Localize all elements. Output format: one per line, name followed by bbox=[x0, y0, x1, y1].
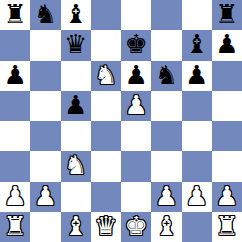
piece-black-bishop-c8[interactable]: ♝ bbox=[64, 1, 87, 27]
square-c7[interactable]: ♛ bbox=[61, 30, 91, 60]
piece-black-knight-f6[interactable]: ♞ bbox=[155, 62, 178, 88]
square-g1[interactable] bbox=[182, 212, 212, 242]
piece-white-pawn-b2[interactable]: ♟ bbox=[34, 183, 57, 209]
square-a3[interactable] bbox=[0, 151, 30, 181]
piece-black-pawn-g6[interactable]: ♟ bbox=[185, 62, 208, 88]
square-b6[interactable] bbox=[30, 61, 60, 91]
square-g5[interactable] bbox=[182, 91, 212, 121]
piece-black-queen-c7[interactable]: ♛ bbox=[64, 31, 87, 57]
square-f7[interactable] bbox=[151, 30, 181, 60]
square-e4[interactable] bbox=[121, 121, 151, 151]
square-c2[interactable] bbox=[61, 182, 91, 212]
square-b1[interactable] bbox=[30, 212, 60, 242]
square-d6[interactable]: ♞ bbox=[91, 61, 121, 91]
square-e6[interactable]: ♟ bbox=[121, 61, 151, 91]
piece-black-rook-a8[interactable]: ♜ bbox=[3, 1, 26, 27]
square-e8[interactable] bbox=[121, 0, 151, 30]
piece-white-pawn-e5[interactable]: ♟ bbox=[124, 92, 147, 118]
piece-black-pawn-c5[interactable]: ♟ bbox=[64, 92, 87, 118]
square-a7[interactable] bbox=[0, 30, 30, 60]
square-h6[interactable] bbox=[212, 61, 242, 91]
square-b7[interactable] bbox=[30, 30, 60, 60]
square-g2[interactable]: ♟ bbox=[182, 182, 212, 212]
square-b5[interactable] bbox=[30, 91, 60, 121]
square-g8[interactable] bbox=[182, 0, 212, 30]
square-d5[interactable] bbox=[91, 91, 121, 121]
square-c8[interactable]: ♝ bbox=[61, 0, 91, 30]
square-d1[interactable]: ♛ bbox=[91, 212, 121, 242]
piece-white-knight-c3[interactable]: ♞ bbox=[64, 152, 87, 178]
square-e2[interactable] bbox=[121, 182, 151, 212]
square-e3[interactable] bbox=[121, 151, 151, 181]
square-a1[interactable]: ♜ bbox=[0, 212, 30, 242]
square-b2[interactable]: ♟ bbox=[30, 182, 60, 212]
square-h5[interactable] bbox=[212, 91, 242, 121]
piece-white-knight-d6[interactable]: ♞ bbox=[94, 62, 117, 88]
piece-black-pawn-a6[interactable]: ♟ bbox=[3, 62, 26, 88]
square-c1[interactable]: ♝ bbox=[61, 212, 91, 242]
square-b3[interactable] bbox=[30, 151, 60, 181]
piece-white-bishop-c1[interactable]: ♝ bbox=[64, 213, 87, 239]
square-a6[interactable]: ♟ bbox=[0, 61, 30, 91]
chess-board: ♜♞♝♜♛♚♝♟♟♞♟♞♟♟♟♞♟♟♟♟♟♜♝♛♚♝♜ bbox=[0, 0, 242, 242]
square-a8[interactable]: ♜ bbox=[0, 0, 30, 30]
square-a5[interactable] bbox=[0, 91, 30, 121]
square-h4[interactable] bbox=[212, 121, 242, 151]
square-h8[interactable]: ♜ bbox=[212, 0, 242, 30]
piece-black-rook-h8[interactable]: ♜ bbox=[215, 1, 238, 27]
square-b8[interactable]: ♞ bbox=[30, 0, 60, 30]
piece-white-pawn-g2[interactable]: ♟ bbox=[185, 183, 208, 209]
square-b4[interactable] bbox=[30, 121, 60, 151]
piece-white-rook-h1[interactable]: ♜ bbox=[215, 213, 238, 239]
piece-white-pawn-f2[interactable]: ♟ bbox=[155, 183, 178, 209]
piece-black-king-e7[interactable]: ♚ bbox=[124, 31, 147, 57]
square-g6[interactable]: ♟ bbox=[182, 61, 212, 91]
square-f8[interactable] bbox=[151, 0, 181, 30]
square-a2[interactable]: ♟ bbox=[0, 182, 30, 212]
piece-white-king-e1[interactable]: ♚ bbox=[124, 213, 147, 239]
square-d8[interactable] bbox=[91, 0, 121, 30]
piece-black-pawn-e6[interactable]: ♟ bbox=[124, 62, 147, 88]
square-g4[interactable] bbox=[182, 121, 212, 151]
piece-white-queen-d1[interactable]: ♛ bbox=[94, 213, 117, 239]
square-g3[interactable] bbox=[182, 151, 212, 181]
piece-black-pawn-h7[interactable]: ♟ bbox=[215, 31, 238, 57]
square-f6[interactable]: ♞ bbox=[151, 61, 181, 91]
square-f5[interactable] bbox=[151, 91, 181, 121]
square-c3[interactable]: ♞ bbox=[61, 151, 91, 181]
piece-black-knight-b8[interactable]: ♞ bbox=[34, 1, 57, 27]
square-e7[interactable]: ♚ bbox=[121, 30, 151, 60]
square-c5[interactable]: ♟ bbox=[61, 91, 91, 121]
piece-white-rook-a1[interactable]: ♜ bbox=[3, 213, 26, 239]
square-f2[interactable]: ♟ bbox=[151, 182, 181, 212]
square-h2[interactable]: ♟ bbox=[212, 182, 242, 212]
square-h1[interactable]: ♜ bbox=[212, 212, 242, 242]
square-c4[interactable] bbox=[61, 121, 91, 151]
square-a4[interactable] bbox=[0, 121, 30, 151]
piece-white-pawn-a2[interactable]: ♟ bbox=[3, 183, 26, 209]
piece-black-bishop-g7[interactable]: ♝ bbox=[185, 31, 208, 57]
square-d4[interactable] bbox=[91, 121, 121, 151]
square-c6[interactable] bbox=[61, 61, 91, 91]
square-h3[interactable] bbox=[212, 151, 242, 181]
square-f1[interactable]: ♝ bbox=[151, 212, 181, 242]
square-e1[interactable]: ♚ bbox=[121, 212, 151, 242]
square-g7[interactable]: ♝ bbox=[182, 30, 212, 60]
piece-white-pawn-h2[interactable]: ♟ bbox=[215, 183, 238, 209]
piece-white-bishop-f1[interactable]: ♝ bbox=[155, 213, 178, 239]
square-f3[interactable] bbox=[151, 151, 181, 181]
square-e5[interactable]: ♟ bbox=[121, 91, 151, 121]
square-d2[interactable] bbox=[91, 182, 121, 212]
square-h7[interactable]: ♟ bbox=[212, 30, 242, 60]
square-d7[interactable] bbox=[91, 30, 121, 60]
square-f4[interactable] bbox=[151, 121, 181, 151]
square-d3[interactable] bbox=[91, 151, 121, 181]
